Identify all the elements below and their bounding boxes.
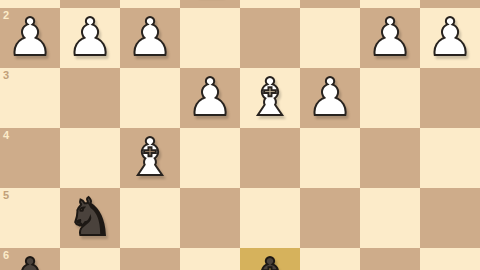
square-d6[interactable]: ♝ <box>240 248 300 270</box>
square-g4[interactable] <box>60 128 120 188</box>
black-knight: ♞ <box>60 188 120 248</box>
square-f6[interactable] <box>120 248 180 270</box>
rank-label-4: 4 <box>3 129 9 141</box>
square-b2[interactable]: ♟ <box>360 8 420 68</box>
white-bishop: ♝ <box>240 68 300 128</box>
square-a6[interactable] <box>420 248 480 270</box>
square-a5[interactable] <box>420 188 480 248</box>
square-a2[interactable]: ♟ <box>420 8 480 68</box>
square-d4[interactable] <box>240 128 300 188</box>
square-g2[interactable]: ♟ <box>60 8 120 68</box>
square-e6[interactable] <box>180 248 240 270</box>
square-c2[interactable] <box>300 8 360 68</box>
square-e2[interactable] <box>180 8 240 68</box>
square-g5[interactable]: ♞ <box>60 188 120 248</box>
white-pawn: ♟ <box>360 8 420 68</box>
white-pawn: ♟ <box>60 8 120 68</box>
black-pawn: ♟ <box>0 248 60 270</box>
white-pawn: ♟ <box>420 8 480 68</box>
rank-label-5: 5 <box>3 189 9 201</box>
square-b3[interactable] <box>360 68 420 128</box>
square-c4[interactable] <box>300 128 360 188</box>
square-d5[interactable] <box>240 188 300 248</box>
square-e4[interactable] <box>180 128 240 188</box>
square-f4[interactable]: ♝ <box>120 128 180 188</box>
square-h2[interactable]: 2♟ <box>0 8 60 68</box>
white-pawn: ♟ <box>180 68 240 128</box>
square-c5[interactable] <box>300 188 360 248</box>
white-bishop: ♝ <box>120 128 180 188</box>
white-pawn: ♟ <box>120 8 180 68</box>
square-d1[interactable] <box>240 0 300 8</box>
board-crop-viewport: 1♚2♟♟♟♟♟3♟♝♟4♝5♞6♟♝78 <box>0 0 480 270</box>
square-c6[interactable] <box>300 248 360 270</box>
square-h6[interactable]: 6♟ <box>0 248 60 270</box>
square-e3[interactable]: ♟ <box>180 68 240 128</box>
square-a3[interactable] <box>420 68 480 128</box>
white-pawn: ♟ <box>0 8 60 68</box>
square-d3[interactable]: ♝ <box>240 68 300 128</box>
square-f2[interactable]: ♟ <box>120 8 180 68</box>
square-f5[interactable] <box>120 188 180 248</box>
square-c3[interactable]: ♟ <box>300 68 360 128</box>
square-h4[interactable]: 4 <box>0 128 60 188</box>
rank-label-3: 3 <box>3 69 9 81</box>
square-a4[interactable] <box>420 128 480 188</box>
black-bishop: ♝ <box>240 248 300 270</box>
square-d2[interactable] <box>240 8 300 68</box>
square-b4[interactable] <box>360 128 420 188</box>
square-g3[interactable] <box>60 68 120 128</box>
square-e5[interactable] <box>180 188 240 248</box>
square-b6[interactable] <box>360 248 420 270</box>
chess-board: 1♚2♟♟♟♟♟3♟♝♟4♝5♞6♟♝78 <box>0 0 480 270</box>
square-e1[interactable]: ♚ <box>180 0 240 8</box>
white-pawn: ♟ <box>300 68 360 128</box>
square-f3[interactable] <box>120 68 180 128</box>
white-king: ♚ <box>180 0 240 8</box>
square-b5[interactable] <box>360 188 420 248</box>
square-c1[interactable] <box>300 0 360 8</box>
square-g6[interactable] <box>60 248 120 270</box>
square-h3[interactable]: 3 <box>0 68 60 128</box>
square-h5[interactable]: 5 <box>0 188 60 248</box>
